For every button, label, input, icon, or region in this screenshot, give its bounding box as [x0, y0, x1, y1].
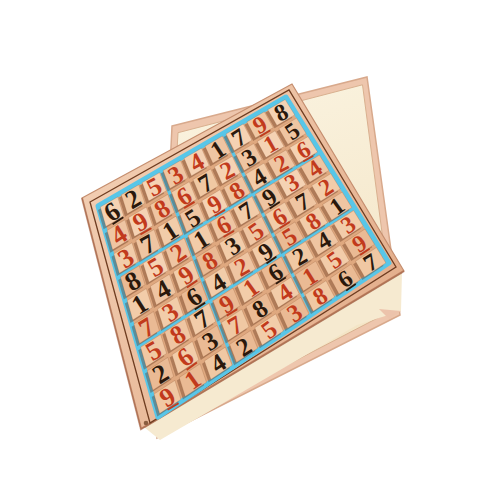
- product-photo: 6253417984986723153715984268521679341498…: [0, 0, 500, 500]
- scene-svg: 6253417984986723153715984268521679341498…: [0, 0, 500, 500]
